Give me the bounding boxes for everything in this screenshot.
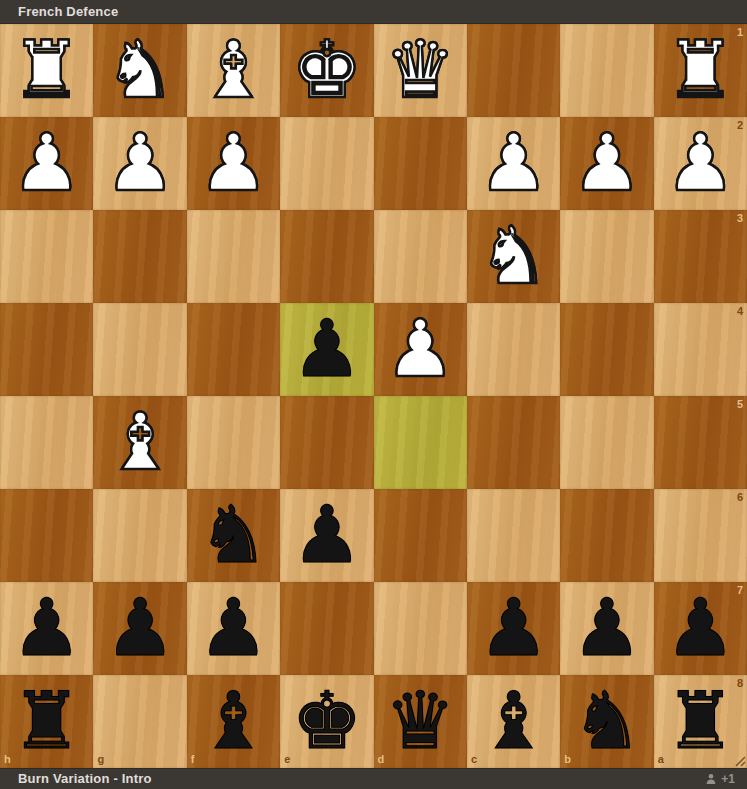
black-king-e8[interactable]: ♚ bbox=[280, 675, 373, 768]
square-e5[interactable] bbox=[280, 396, 373, 489]
square-d8[interactable]: d♛ bbox=[374, 675, 467, 768]
black-pawn-h7[interactable]: ♟ bbox=[0, 582, 93, 675]
black-pawn-a7[interactable]: ♟ bbox=[654, 582, 747, 675]
white-rook-h1[interactable]: ♜ bbox=[0, 24, 93, 117]
black-pawn-b7[interactable]: ♟ bbox=[560, 582, 653, 675]
square-h8[interactable]: h♜ bbox=[0, 675, 93, 768]
square-d7[interactable] bbox=[374, 582, 467, 675]
coordinate-rank-3: 3 bbox=[737, 213, 743, 224]
square-g6[interactable] bbox=[93, 489, 186, 582]
square-f6[interactable]: ♞ bbox=[187, 489, 280, 582]
white-pawn-g2[interactable]: ♟ bbox=[93, 117, 186, 210]
white-queen-d1[interactable]: ♛ bbox=[374, 24, 467, 117]
square-h3[interactable] bbox=[0, 210, 93, 303]
square-f8[interactable]: f♝ bbox=[187, 675, 280, 768]
square-e7[interactable] bbox=[280, 582, 373, 675]
square-e4[interactable]: ♟ bbox=[280, 303, 373, 396]
square-f3[interactable] bbox=[187, 210, 280, 303]
square-a5[interactable]: 5 bbox=[654, 396, 747, 489]
square-c5[interactable] bbox=[467, 396, 560, 489]
square-h6[interactable] bbox=[0, 489, 93, 582]
square-e1[interactable]: ♚ bbox=[280, 24, 373, 117]
viewers-indicator: +1 bbox=[705, 772, 735, 786]
square-g1[interactable]: ♞ bbox=[93, 24, 186, 117]
square-g3[interactable] bbox=[93, 210, 186, 303]
square-d5[interactable] bbox=[374, 396, 467, 489]
white-pawn-h2[interactable]: ♟ bbox=[0, 117, 93, 210]
black-pawn-e4[interactable]: ♟ bbox=[280, 303, 373, 396]
square-d6[interactable] bbox=[374, 489, 467, 582]
white-pawn-d4[interactable]: ♟ bbox=[374, 303, 467, 396]
square-h1[interactable]: ♜ bbox=[0, 24, 93, 117]
square-h4[interactable] bbox=[0, 303, 93, 396]
black-knight-b8[interactable]: ♞ bbox=[560, 675, 653, 768]
square-b3[interactable] bbox=[560, 210, 653, 303]
square-f1[interactable]: ♝ bbox=[187, 24, 280, 117]
white-knight-g1[interactable]: ♞ bbox=[93, 24, 186, 117]
square-a7[interactable]: 7♟ bbox=[654, 582, 747, 675]
square-c3[interactable]: ♞ bbox=[467, 210, 560, 303]
black-queen-d8[interactable]: ♛ bbox=[374, 675, 467, 768]
white-king-e1[interactable]: ♚ bbox=[280, 24, 373, 117]
square-b4[interactable] bbox=[560, 303, 653, 396]
square-a4[interactable]: 4 bbox=[654, 303, 747, 396]
square-c1[interactable] bbox=[467, 24, 560, 117]
white-bishop-f1[interactable]: ♝ bbox=[187, 24, 280, 117]
black-rook-h8[interactable]: ♜ bbox=[0, 675, 93, 768]
coordinate-file-g: g bbox=[97, 754, 104, 765]
square-e8[interactable]: e♚ bbox=[280, 675, 373, 768]
square-f7[interactable]: ♟ bbox=[187, 582, 280, 675]
square-c2[interactable]: ♟ bbox=[467, 117, 560, 210]
square-b1[interactable] bbox=[560, 24, 653, 117]
top-title-bar: French Defence bbox=[0, 0, 747, 24]
black-bishop-c8[interactable]: ♝ bbox=[467, 675, 560, 768]
black-pawn-e6[interactable]: ♟ bbox=[280, 489, 373, 582]
white-pawn-f2[interactable]: ♟ bbox=[187, 117, 280, 210]
square-a2[interactable]: 2♟ bbox=[654, 117, 747, 210]
square-d4[interactable]: ♟ bbox=[374, 303, 467, 396]
square-e6[interactable]: ♟ bbox=[280, 489, 373, 582]
coordinate-rank-5: 5 bbox=[737, 399, 743, 410]
square-f4[interactable] bbox=[187, 303, 280, 396]
square-a1[interactable]: 1♜ bbox=[654, 24, 747, 117]
square-g5[interactable]: ♝ bbox=[93, 396, 186, 489]
board-resize-handle[interactable] bbox=[732, 753, 746, 767]
square-c6[interactable] bbox=[467, 489, 560, 582]
square-g4[interactable] bbox=[93, 303, 186, 396]
coordinate-rank-6: 6 bbox=[737, 492, 743, 503]
square-c8[interactable]: c♝ bbox=[467, 675, 560, 768]
black-bishop-f8[interactable]: ♝ bbox=[187, 675, 280, 768]
square-h2[interactable]: ♟ bbox=[0, 117, 93, 210]
square-e2[interactable] bbox=[280, 117, 373, 210]
square-b5[interactable] bbox=[560, 396, 653, 489]
square-h5[interactable] bbox=[0, 396, 93, 489]
white-bishop-g5[interactable]: ♝ bbox=[93, 396, 186, 489]
black-pawn-f7[interactable]: ♟ bbox=[187, 582, 280, 675]
square-g2[interactable]: ♟ bbox=[93, 117, 186, 210]
square-c4[interactable] bbox=[467, 303, 560, 396]
black-knight-f6[interactable]: ♞ bbox=[187, 489, 280, 582]
opening-title: French Defence bbox=[18, 4, 118, 19]
square-d1[interactable]: ♛ bbox=[374, 24, 467, 117]
variation-title: Burn Variation - Intro bbox=[18, 771, 705, 786]
chess-board[interactable]: ♜♞♝♚♛1♜♟♟♟♟♟2♟♞3♟♟4♝5♞♟6♟♟♟♟♟7♟h♜gf♝e♚d♛… bbox=[0, 24, 747, 768]
person-icon bbox=[705, 773, 717, 785]
white-pawn-a2[interactable]: ♟ bbox=[654, 117, 747, 210]
square-c7[interactable]: ♟ bbox=[467, 582, 560, 675]
square-b6[interactable] bbox=[560, 489, 653, 582]
square-a6[interactable]: 6 bbox=[654, 489, 747, 582]
white-pawn-c2[interactable]: ♟ bbox=[467, 117, 560, 210]
square-h7[interactable]: ♟ bbox=[0, 582, 93, 675]
square-g7[interactable]: ♟ bbox=[93, 582, 186, 675]
white-knight-c3[interactable]: ♞ bbox=[467, 210, 560, 303]
bottom-title-bar: Burn Variation - Intro +1 bbox=[0, 768, 747, 788]
black-pawn-c7[interactable]: ♟ bbox=[467, 582, 560, 675]
square-f2[interactable]: ♟ bbox=[187, 117, 280, 210]
square-b7[interactable]: ♟ bbox=[560, 582, 653, 675]
coordinate-rank-4: 4 bbox=[737, 306, 743, 317]
black-pawn-g7[interactable]: ♟ bbox=[93, 582, 186, 675]
square-a3[interactable]: 3 bbox=[654, 210, 747, 303]
white-pawn-b2[interactable]: ♟ bbox=[560, 117, 653, 210]
square-d3[interactable] bbox=[374, 210, 467, 303]
square-e3[interactable] bbox=[280, 210, 373, 303]
square-f5[interactable] bbox=[187, 396, 280, 489]
square-d2[interactable] bbox=[374, 117, 467, 210]
white-rook-a1[interactable]: ♜ bbox=[654, 24, 747, 117]
square-b2[interactable]: ♟ bbox=[560, 117, 653, 210]
square-g8[interactable]: g bbox=[93, 675, 186, 768]
square-b8[interactable]: b♞ bbox=[560, 675, 653, 768]
viewers-count: +1 bbox=[721, 772, 735, 786]
